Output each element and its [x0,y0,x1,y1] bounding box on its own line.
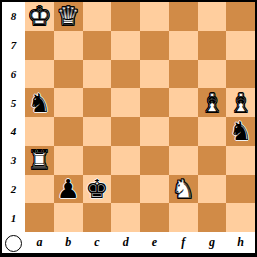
square-e2[interactable] [140,175,169,204]
square-c5[interactable] [83,88,112,117]
square-g7[interactable] [198,31,227,60]
square-c3[interactable] [83,146,112,175]
square-d5[interactable] [111,88,140,117]
rank-labels: 87654321 [2,2,25,232]
square-b1[interactable] [54,203,83,232]
square-f1[interactable] [169,203,198,232]
rank-label-2: 2 [2,175,25,204]
chess-board: ♚♔♛♕♞♝♗♝♗♞♜♖♟♚♞♘ [25,2,255,232]
white-queen-icon: ♛♕ [54,2,83,31]
square-a7[interactable] [25,31,54,60]
rank-label-3: 3 [2,146,25,175]
white-bishop-icon: ♝♗ [226,88,255,117]
square-f4[interactable] [169,117,198,146]
square-a6[interactable] [25,60,54,89]
square-a3[interactable]: ♜♖ [25,146,54,175]
white-rook-icon: ♜♖ [25,146,54,175]
black-king-icon: ♚ [83,175,112,204]
square-b8[interactable]: ♛♕ [54,2,83,31]
square-h6[interactable] [226,60,255,89]
square-e8[interactable] [140,2,169,31]
white-bishop-icon: ♝♗ [198,88,227,117]
square-e1[interactable] [140,203,169,232]
square-a1[interactable] [25,203,54,232]
square-d2[interactable] [111,175,140,204]
square-h8[interactable] [226,2,255,31]
square-c7[interactable] [83,31,112,60]
square-c8[interactable] [83,2,112,31]
square-b6[interactable] [54,60,83,89]
file-label-c: c [83,232,112,253]
square-a4[interactable] [25,117,54,146]
black-pawn-icon: ♟ [54,175,83,204]
square-g6[interactable] [198,60,227,89]
square-f3[interactable] [169,146,198,175]
square-h7[interactable] [226,31,255,60]
square-f5[interactable] [169,88,198,117]
square-b4[interactable] [54,117,83,146]
file-label-h: h [226,232,255,253]
rank-label-4: 4 [2,117,25,146]
square-g2[interactable] [198,175,227,204]
square-b5[interactable] [54,88,83,117]
black-knight-icon: ♞ [226,117,255,146]
file-label-g: g [198,232,227,253]
rank-label-5: 5 [2,88,25,117]
file-label-a: a [25,232,54,253]
square-b7[interactable] [54,31,83,60]
diagram-inner: 87654321 ♚♔♛♕♞♝♗♝♗♞♜♖♟♚♞♘ abcdefgh [2,2,255,253]
square-e4[interactable] [140,117,169,146]
square-b3[interactable] [54,146,83,175]
square-d7[interactable] [111,31,140,60]
square-h5[interactable]: ♝♗ [226,88,255,117]
square-c4[interactable] [83,117,112,146]
square-f7[interactable] [169,31,198,60]
square-h1[interactable] [226,203,255,232]
rank-label-6: 6 [2,60,25,89]
file-label-d: d [111,232,140,253]
square-d8[interactable] [111,2,140,31]
square-d3[interactable] [111,146,140,175]
square-g8[interactable] [198,2,227,31]
square-e7[interactable] [140,31,169,60]
file-labels: abcdefgh [25,232,255,253]
file-label-f: f [169,232,198,253]
square-a8[interactable]: ♚♔ [25,2,54,31]
file-label-b: b [54,232,83,253]
file-label-e: e [140,232,169,253]
square-d6[interactable] [111,60,140,89]
square-c6[interactable] [83,60,112,89]
square-b2[interactable]: ♟ [54,175,83,204]
square-e3[interactable] [140,146,169,175]
square-g1[interactable] [198,203,227,232]
square-c2[interactable]: ♚ [83,175,112,204]
black-knight-icon: ♞ [25,88,54,117]
square-h3[interactable] [226,146,255,175]
white-to-move-indicator [5,235,22,252]
square-f8[interactable] [169,2,198,31]
square-a5[interactable]: ♞ [25,88,54,117]
square-g3[interactable] [198,146,227,175]
square-e5[interactable] [140,88,169,117]
rank-label-8: 8 [2,2,25,31]
square-f6[interactable] [169,60,198,89]
chess-diagram: 87654321 ♚♔♛♕♞♝♗♝♗♞♜♖♟♚♞♘ abcdefgh [0,0,257,257]
square-h2[interactable] [226,175,255,204]
square-f2[interactable]: ♞♘ [169,175,198,204]
rank-label-1: 1 [2,203,25,232]
square-e6[interactable] [140,60,169,89]
white-knight-icon: ♞♘ [169,175,198,204]
square-g4[interactable] [198,117,227,146]
rank-label-7: 7 [2,31,25,60]
square-c1[interactable] [83,203,112,232]
square-a2[interactable] [25,175,54,204]
square-h4[interactable]: ♞ [226,117,255,146]
square-d4[interactable] [111,117,140,146]
square-g5[interactable]: ♝♗ [198,88,227,117]
white-king-icon: ♚♔ [25,2,54,31]
square-d1[interactable] [111,203,140,232]
